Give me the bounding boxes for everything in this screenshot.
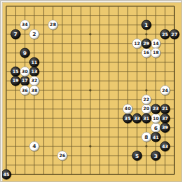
white-stone [29,142,39,152]
black-stone [160,29,170,39]
hoshi-point [89,33,91,35]
go-board-svg[interactable]: 1234567891011121314151617181920212223242… [2,2,182,182]
black-stone [160,123,170,133]
white-stone [123,104,133,114]
black-stone [160,142,170,152]
white-stone [132,39,142,49]
black-stone [132,151,142,161]
black-stone [160,104,170,114]
white-stone [142,95,152,105]
black-stone [11,76,21,86]
black-stone [11,29,21,39]
black-stone [170,29,180,39]
hoshi-point [89,89,91,91]
white-stone [151,39,161,49]
black-stone [142,20,152,30]
diagram-frame: 1234567891011121314151617181920212223242… [0,0,182,182]
hoshi-point [145,89,147,91]
white-stone [29,29,39,39]
black-stone [142,39,152,49]
go-board[interactable]: 1234567891011121314151617181920212223242… [2,2,182,182]
black-stone [2,170,11,180]
black-stone [151,132,161,142]
black-stone [20,76,30,86]
white-stone [142,132,152,142]
black-stone [20,48,30,58]
white-stone [151,123,161,133]
black-stone [123,114,133,124]
white-stone [20,85,30,95]
black-stone [11,67,21,77]
white-stone [142,48,152,58]
white-stone [142,104,152,114]
black-stone [132,114,142,124]
hoshi-point [89,145,91,147]
black-stone [151,104,161,114]
black-stone [142,114,152,124]
white-stone [20,67,30,77]
white-stone [151,48,161,58]
white-stone [29,85,39,95]
black-stone [29,67,39,77]
white-stone [48,20,58,30]
white-stone [29,76,39,86]
white-stone [57,151,67,161]
black-stone [160,114,170,124]
black-stone [151,151,161,161]
black-stone [29,57,39,67]
white-stone [151,114,161,124]
hoshi-point [145,145,147,147]
hoshi-point [145,33,147,35]
white-stone [160,85,170,95]
white-stone [20,20,30,30]
